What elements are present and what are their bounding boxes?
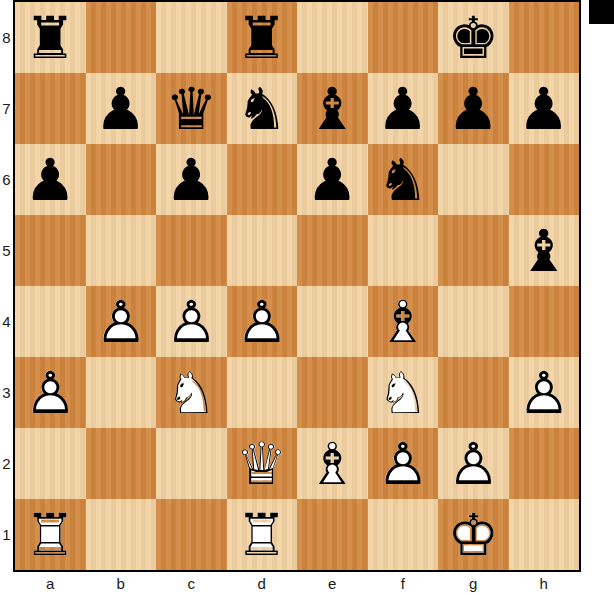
square-a4[interactable] bbox=[15, 286, 86, 357]
pawn-glyph-outline: ♙ bbox=[156, 286, 227, 357]
file-label-a: a bbox=[15, 571, 86, 595]
file-label-f: f bbox=[368, 571, 439, 595]
pawn-glyph: ♟ bbox=[368, 73, 439, 144]
rook-glyph: ♜ bbox=[15, 2, 86, 73]
square-h8[interactable] bbox=[509, 2, 580, 73]
piece-black-pawn[interactable]: ♟ bbox=[156, 144, 227, 215]
piece-black-king[interactable]: ♚ bbox=[438, 2, 509, 73]
square-d4[interactable]: ♟♙ bbox=[227, 286, 298, 357]
knight-glyph: ♞ bbox=[227, 73, 298, 144]
piece-black-knight[interactable]: ♞ bbox=[227, 73, 298, 144]
square-b2[interactable] bbox=[86, 428, 157, 499]
pawn-glyph-outline: ♙ bbox=[227, 286, 298, 357]
piece-white-bishop[interactable]: ♝♗ bbox=[368, 286, 439, 357]
knight-glyph-outline: ♘ bbox=[156, 357, 227, 428]
square-d7[interactable]: ♞ bbox=[227, 73, 298, 144]
square-a1[interactable]: ♜♖ bbox=[15, 499, 86, 570]
square-a7[interactable] bbox=[15, 73, 86, 144]
piece-black-knight[interactable]: ♞ bbox=[368, 144, 439, 215]
bishop-glyph: ♝ bbox=[509, 215, 580, 286]
piece-white-pawn[interactable]: ♟♙ bbox=[368, 428, 439, 499]
piece-white-knight[interactable]: ♞♘ bbox=[368, 357, 439, 428]
square-c2[interactable] bbox=[156, 428, 227, 499]
queen-glyph: ♛ bbox=[156, 73, 227, 144]
rank-label-5: 5 bbox=[0, 215, 13, 286]
piece-white-pawn[interactable]: ♟♙ bbox=[15, 357, 86, 428]
rank-label-7: 7 bbox=[0, 73, 13, 144]
rank-labels: 87654321 bbox=[0, 2, 13, 570]
piece-white-pawn[interactable]: ♟♙ bbox=[86, 286, 157, 357]
rank-label-1: 1 bbox=[0, 499, 13, 570]
pawn-glyph: ♟ bbox=[509, 73, 580, 144]
pawn-glyph: ♟ bbox=[86, 73, 157, 144]
pawn-glyph: ♟ bbox=[438, 73, 509, 144]
pawn-glyph-outline: ♙ bbox=[438, 428, 509, 499]
file-label-e: e bbox=[297, 571, 368, 595]
piece-white-pawn[interactable]: ♟♙ bbox=[227, 286, 298, 357]
square-c6[interactable]: ♟ bbox=[156, 144, 227, 215]
square-g3[interactable] bbox=[438, 357, 509, 428]
piece-black-rook[interactable]: ♜ bbox=[227, 2, 298, 73]
square-e7[interactable]: ♝ bbox=[297, 73, 368, 144]
square-b6[interactable] bbox=[86, 144, 157, 215]
square-h4[interactable] bbox=[509, 286, 580, 357]
piece-white-king[interactable]: ♚♔ bbox=[438, 499, 509, 570]
square-g8[interactable]: ♚ bbox=[438, 2, 509, 73]
square-h1[interactable] bbox=[509, 499, 580, 570]
square-e5[interactable] bbox=[297, 215, 368, 286]
square-c7[interactable]: ♛ bbox=[156, 73, 227, 144]
square-g5[interactable] bbox=[438, 215, 509, 286]
square-f3[interactable]: ♞♘ bbox=[368, 357, 439, 428]
pawn-glyph: ♟ bbox=[15, 144, 86, 215]
square-a5[interactable] bbox=[15, 215, 86, 286]
bishop-glyph-outline: ♗ bbox=[297, 428, 368, 499]
square-f1[interactable] bbox=[368, 499, 439, 570]
square-g1[interactable]: ♚♔ bbox=[438, 499, 509, 570]
knight-glyph-outline: ♘ bbox=[368, 357, 439, 428]
square-h3[interactable]: ♟♙ bbox=[509, 357, 580, 428]
rank-label-3: 3 bbox=[0, 357, 13, 428]
piece-black-pawn[interactable]: ♟ bbox=[86, 73, 157, 144]
rank-label-4: 4 bbox=[0, 286, 13, 357]
king-glyph-outline: ♔ bbox=[438, 499, 509, 570]
square-h5[interactable]: ♝ bbox=[509, 215, 580, 286]
piece-white-pawn[interactable]: ♟♙ bbox=[509, 357, 580, 428]
square-c8[interactable] bbox=[156, 2, 227, 73]
square-h2[interactable] bbox=[509, 428, 580, 499]
piece-black-rook[interactable]: ♜ bbox=[15, 2, 86, 73]
square-d6[interactable] bbox=[227, 144, 298, 215]
square-g2[interactable]: ♟♙ bbox=[438, 428, 509, 499]
square-f7[interactable]: ♟ bbox=[368, 73, 439, 144]
square-e4[interactable] bbox=[297, 286, 368, 357]
piece-black-bishop[interactable]: ♝ bbox=[297, 73, 368, 144]
square-b4[interactable]: ♟♙ bbox=[86, 286, 157, 357]
square-f4[interactable]: ♝♗ bbox=[368, 286, 439, 357]
square-f5[interactable] bbox=[368, 215, 439, 286]
square-g4[interactable] bbox=[438, 286, 509, 357]
piece-white-bishop[interactable]: ♝♗ bbox=[297, 428, 368, 499]
piece-black-pawn[interactable]: ♟ bbox=[15, 144, 86, 215]
piece-black-queen[interactable]: ♛ bbox=[156, 73, 227, 144]
piece-black-pawn[interactable]: ♟ bbox=[297, 144, 368, 215]
square-b5[interactable] bbox=[86, 215, 157, 286]
square-c5[interactable] bbox=[156, 215, 227, 286]
bishop-glyph: ♝ bbox=[297, 73, 368, 144]
square-e3[interactable] bbox=[297, 357, 368, 428]
square-a6[interactable]: ♟ bbox=[15, 144, 86, 215]
square-c4[interactable]: ♟♙ bbox=[156, 286, 227, 357]
square-d8[interactable]: ♜ bbox=[227, 2, 298, 73]
pawn-glyph: ♟ bbox=[156, 144, 227, 215]
piece-white-pawn[interactable]: ♟♙ bbox=[156, 286, 227, 357]
piece-white-pawn[interactable]: ♟♙ bbox=[438, 428, 509, 499]
rank-label-8: 8 bbox=[0, 2, 13, 73]
piece-white-rook[interactable]: ♜♖ bbox=[15, 499, 86, 570]
piece-black-bishop[interactable]: ♝ bbox=[509, 215, 580, 286]
file-label-d: d bbox=[227, 571, 298, 595]
square-b1[interactable] bbox=[86, 499, 157, 570]
chess-board: ♜♜♚♟♛♞♝♟♟♟♟♟♟♞♝♟♙♟♙♟♙♝♗♟♙♞♘♞♘♟♙♛♕♝♗♟♙♟♙♜… bbox=[13, 0, 581, 572]
pawn-glyph-outline: ♙ bbox=[368, 428, 439, 499]
queen-glyph-outline: ♕ bbox=[227, 428, 298, 499]
piece-black-pawn[interactable]: ♟ bbox=[368, 73, 439, 144]
rook-glyph-outline: ♖ bbox=[227, 499, 298, 570]
rook-glyph: ♜ bbox=[227, 2, 298, 73]
square-a2[interactable] bbox=[15, 428, 86, 499]
piece-white-queen[interactable]: ♛♕ bbox=[227, 428, 298, 499]
square-c1[interactable] bbox=[156, 499, 227, 570]
rank-label-2: 2 bbox=[0, 428, 13, 499]
piece-black-pawn[interactable]: ♟ bbox=[509, 73, 580, 144]
knight-glyph: ♞ bbox=[368, 144, 439, 215]
king-glyph: ♚ bbox=[438, 2, 509, 73]
piece-white-knight[interactable]: ♞♘ bbox=[156, 357, 227, 428]
file-labels: abcdefgh bbox=[15, 571, 579, 595]
file-label-b: b bbox=[86, 571, 157, 595]
square-b3[interactable] bbox=[86, 357, 157, 428]
rook-glyph-outline: ♖ bbox=[15, 499, 86, 570]
piece-white-rook[interactable]: ♜♖ bbox=[227, 499, 298, 570]
bishop-glyph-outline: ♗ bbox=[368, 286, 439, 357]
square-a3[interactable]: ♟♙ bbox=[15, 357, 86, 428]
file-label-h: h bbox=[509, 571, 580, 595]
pawn-glyph: ♟ bbox=[297, 144, 368, 215]
square-g7[interactable]: ♟ bbox=[438, 73, 509, 144]
square-f8[interactable] bbox=[368, 2, 439, 73]
square-f2[interactable]: ♟♙ bbox=[368, 428, 439, 499]
square-d2[interactable]: ♛♕ bbox=[227, 428, 298, 499]
chess-diagram: ♜♜♚♟♛♞♝♟♟♟♟♟♟♞♝♟♙♟♙♟♙♝♗♟♙♞♘♞♘♟♙♛♕♝♗♟♙♟♙♜… bbox=[0, 0, 614, 595]
file-label-g: g bbox=[438, 571, 509, 595]
square-e8[interactable] bbox=[297, 2, 368, 73]
square-e2[interactable]: ♝♗ bbox=[297, 428, 368, 499]
pawn-glyph-outline: ♙ bbox=[86, 286, 157, 357]
square-g6[interactable] bbox=[438, 144, 509, 215]
rank-label-6: 6 bbox=[0, 144, 13, 215]
side-to-move-indicator bbox=[589, 0, 614, 24]
square-h7[interactable]: ♟ bbox=[509, 73, 580, 144]
square-d1[interactable]: ♜♖ bbox=[227, 499, 298, 570]
square-d3[interactable] bbox=[227, 357, 298, 428]
piece-black-pawn[interactable]: ♟ bbox=[438, 73, 509, 144]
square-h6[interactable] bbox=[509, 144, 580, 215]
square-b7[interactable]: ♟ bbox=[86, 73, 157, 144]
square-e1[interactable] bbox=[297, 499, 368, 570]
square-a8[interactable]: ♜ bbox=[15, 2, 86, 73]
square-b8[interactable] bbox=[86, 2, 157, 73]
square-f6[interactable]: ♞ bbox=[368, 144, 439, 215]
square-c3[interactable]: ♞♘ bbox=[156, 357, 227, 428]
square-d5[interactable] bbox=[227, 215, 298, 286]
square-e6[interactable]: ♟ bbox=[297, 144, 368, 215]
pawn-glyph-outline: ♙ bbox=[509, 357, 580, 428]
pawn-glyph-outline: ♙ bbox=[15, 357, 86, 428]
file-label-c: c bbox=[156, 571, 227, 595]
